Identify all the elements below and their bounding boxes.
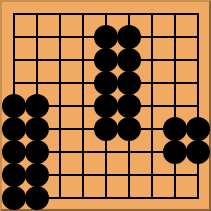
board-intersection[interactable] [117,186,140,209]
board-intersection[interactable] [2,163,25,186]
board-intersection[interactable] [71,163,94,186]
board-intersection[interactable] [71,71,94,94]
board-intersection[interactable] [48,186,71,209]
black-stone [94,25,118,49]
board-intersection[interactable] [2,94,25,117]
board-intersection[interactable] [117,94,140,117]
board-intersection[interactable] [48,94,71,117]
board-intersection[interactable] [71,25,94,48]
board-intersection[interactable] [48,163,71,186]
board-intersection[interactable] [117,25,140,48]
board-intersection[interactable] [186,94,209,117]
board-intersection[interactable] [2,2,25,25]
board-intersection[interactable] [140,71,163,94]
black-stone [25,117,49,141]
black-stone [117,94,141,118]
black-stone [186,140,210,164]
board-intersection[interactable] [71,140,94,163]
board-intersection[interactable] [94,2,117,25]
black-stone [163,140,187,164]
black-stone [25,94,49,118]
board-intersection[interactable] [94,163,117,186]
board-intersection[interactable] [140,163,163,186]
board-intersection[interactable] [94,186,117,209]
board-intersection[interactable] [163,186,186,209]
board-intersection[interactable] [140,2,163,25]
board-intersection[interactable] [25,48,48,71]
black-stone [117,71,141,95]
board-intersection[interactable] [140,186,163,209]
board-intersection[interactable] [117,163,140,186]
board-intersection[interactable] [140,25,163,48]
black-stone [2,186,26,210]
board-intersection[interactable] [25,71,48,94]
board-intersection[interactable] [186,48,209,71]
board-intersection[interactable] [186,71,209,94]
black-stone [2,94,26,118]
board-intersection[interactable] [94,94,117,117]
board-intersection[interactable] [163,117,186,140]
board-intersection[interactable] [71,186,94,209]
board-intersection[interactable] [2,25,25,48]
board-intersection[interactable] [117,71,140,94]
board-intersection[interactable] [48,140,71,163]
black-stone [163,117,187,141]
board-intersection[interactable] [2,71,25,94]
board-intersection[interactable] [163,94,186,117]
board-intersection[interactable] [186,163,209,186]
board-intersection[interactable] [140,140,163,163]
board-intersection[interactable] [48,71,71,94]
board-intersection[interactable] [163,140,186,163]
board-intersection[interactable] [186,2,209,25]
board-intersection[interactable] [163,163,186,186]
black-stone [2,163,26,187]
board-intersection[interactable] [48,25,71,48]
board-intersection[interactable] [48,117,71,140]
board-intersection[interactable] [94,71,117,94]
black-stone [94,71,118,95]
board-intersection[interactable] [94,25,117,48]
board-intersection[interactable] [140,94,163,117]
board-intersection[interactable] [25,2,48,25]
board-intersection[interactable] [163,71,186,94]
board-intersection[interactable] [186,140,209,163]
black-stone [117,117,141,141]
black-stone [2,117,26,141]
black-stone [117,48,141,72]
board-intersection[interactable] [71,48,94,71]
board-intersection[interactable] [25,186,48,209]
black-stone [94,94,118,118]
board-intersection[interactable] [186,25,209,48]
black-stone [25,186,49,210]
board-intersection[interactable] [48,2,71,25]
board-intersection[interactable] [71,117,94,140]
board-intersection[interactable] [94,117,117,140]
black-stone [94,117,118,141]
board-intersection[interactable] [71,94,94,117]
board-intersection[interactable] [2,140,25,163]
black-stone [94,48,118,72]
board-intersection[interactable] [94,48,117,71]
black-stone [186,117,210,141]
board-intersection[interactable] [117,2,140,25]
board-intersection[interactable] [140,48,163,71]
board-intersection[interactable] [186,117,209,140]
board-intersection[interactable] [48,48,71,71]
board-intersection[interactable] [163,2,186,25]
board-intersection[interactable] [163,48,186,71]
board-intersection[interactable] [94,140,117,163]
board-intersection[interactable] [117,117,140,140]
board-intersection[interactable] [25,117,48,140]
go-board [0,0,211,211]
board-intersection[interactable] [163,25,186,48]
board-intersection[interactable] [2,117,25,140]
board-intersection[interactable] [140,117,163,140]
board-intersection[interactable] [25,163,48,186]
board-intersection[interactable] [25,25,48,48]
board-intersection[interactable] [25,94,48,117]
black-stone [25,163,49,187]
black-stone [25,140,49,164]
black-stone [117,25,141,49]
board-intersection[interactable] [2,186,25,209]
board-intersection[interactable] [2,48,25,71]
black-stone [2,140,26,164]
board-intersection[interactable] [117,140,140,163]
board-intersection[interactable] [117,48,140,71]
board-intersection[interactable] [186,186,209,209]
board-intersection[interactable] [71,2,94,25]
board-intersection[interactable] [25,140,48,163]
